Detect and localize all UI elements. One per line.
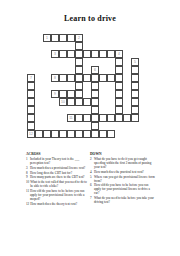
- crossword-cell[interactable]: 2: [75, 34, 83, 42]
- crossword-cell[interactable]: [67, 34, 75, 42]
- blocked-cell: [35, 114, 43, 122]
- clue-number: 4: [116, 51, 122, 57]
- blocked-cell: [99, 82, 107, 90]
- clue-item-text: Included in your Theory test is the ___ …: [30, 157, 88, 165]
- clue-item-text: What do you need to take before you take…: [94, 196, 156, 204]
- page-title: Learn to drive: [0, 14, 180, 23]
- crossword-cell[interactable]: [75, 82, 83, 90]
- clue-item-text: Where can you get the provisional licenc…: [94, 175, 156, 183]
- crossword-cell[interactable]: [59, 130, 67, 138]
- blocked-cell: [35, 58, 43, 66]
- crossword-cell[interactable]: [59, 34, 67, 42]
- clue-number: 6: [92, 67, 98, 73]
- blocked-cell: [59, 114, 67, 122]
- clue-item-number: 7: [90, 196, 93, 204]
- crossword-cell[interactable]: [75, 130, 83, 138]
- clue-number: 8: [52, 75, 58, 81]
- blocked-cell: [59, 66, 67, 74]
- crossword-cell[interactable]: [75, 74, 83, 82]
- clue-item-number: 1: [26, 157, 29, 165]
- crossword-cell[interactable]: [115, 58, 123, 66]
- crossword-cell[interactable]: [75, 66, 83, 74]
- across-clues-section: ACROSS 1Included in your Theory test is …: [26, 152, 88, 207]
- blocked-cell: [43, 90, 51, 98]
- blocked-cell: [83, 66, 91, 74]
- blocked-cell: [51, 42, 59, 50]
- blocked-cell: [75, 122, 83, 130]
- crossword-cell[interactable]: [131, 82, 139, 90]
- blocked-cell: [139, 130, 147, 138]
- crossword-cell[interactable]: 11: [67, 114, 75, 122]
- crossword-cell[interactable]: [91, 90, 99, 98]
- crossword-cell[interactable]: [115, 98, 123, 106]
- blocked-cell: [139, 74, 147, 82]
- blocked-cell: [51, 82, 59, 90]
- blocked-cell: [67, 42, 75, 50]
- crossword-cell[interactable]: 8: [51, 74, 59, 82]
- blocked-cell: [139, 98, 147, 106]
- blocked-cell: [115, 42, 123, 50]
- crossword-cell[interactable]: [131, 98, 139, 106]
- crossword-cell[interactable]: [115, 74, 123, 82]
- clue-item: 3How much does a provisional licence cos…: [26, 166, 88, 170]
- crossword-cell[interactable]: [51, 130, 59, 138]
- crossword-cell[interactable]: 1: [43, 34, 51, 42]
- blocked-cell: [99, 90, 107, 98]
- blocked-cell: [35, 106, 43, 114]
- clue-item: 9How many parts are there to the CBT tes…: [26, 175, 88, 179]
- blocked-cell: [35, 42, 43, 50]
- blocked-cell: [123, 90, 131, 98]
- clue-number: 1: [44, 35, 50, 41]
- clue-item-number: 10: [26, 180, 29, 188]
- crossword-cell[interactable]: [131, 106, 139, 114]
- blocked-cell: [35, 98, 43, 106]
- blocked-cell: [123, 82, 131, 90]
- blocked-cell: [99, 106, 107, 114]
- crossword-cell[interactable]: [115, 82, 123, 90]
- blocked-cell: [51, 122, 59, 130]
- blocked-cell: [115, 130, 123, 138]
- blocked-cell: [123, 50, 131, 58]
- crossword-cell[interactable]: [131, 74, 139, 82]
- crossword-cell[interactable]: [43, 130, 51, 138]
- blocked-cell: [115, 34, 123, 42]
- crossword-cell[interactable]: 6: [91, 66, 99, 74]
- crossword-cell[interactable]: [67, 74, 75, 82]
- blocked-cell: [139, 66, 147, 74]
- blocked-cell: [27, 66, 35, 74]
- crossword-cell[interactable]: 7: [27, 74, 35, 82]
- clue-item-number: 3: [26, 166, 29, 170]
- crossword-cell[interactable]: [67, 50, 75, 58]
- crossword-cell[interactable]: [131, 90, 139, 98]
- crossword-cell[interactable]: [27, 82, 35, 90]
- crossword-cell[interactable]: [107, 74, 115, 82]
- clue-number: 12: [28, 131, 34, 137]
- crossword-cell[interactable]: [131, 66, 139, 74]
- blocked-cell: [91, 34, 99, 42]
- clue-item: 7What do you need to take before you tak…: [90, 196, 156, 204]
- crossword-cell[interactable]: 3: [51, 50, 59, 58]
- crossword-cell[interactable]: [27, 114, 35, 122]
- clue-number: 3: [52, 51, 58, 57]
- clue-item-text: How long does the CBT last for?: [30, 171, 88, 175]
- blocked-cell: [43, 114, 51, 122]
- crossword-cell[interactable]: [91, 98, 99, 106]
- blocked-cell: [107, 58, 115, 66]
- blocked-cell: [43, 42, 51, 50]
- blocked-cell: [43, 122, 51, 130]
- blocked-cell: [83, 42, 91, 50]
- crossword-cell[interactable]: [27, 90, 35, 98]
- crossword-cell[interactable]: [75, 42, 83, 50]
- blocked-cell: [67, 122, 75, 130]
- blocked-cell: [107, 90, 115, 98]
- blocked-cell: [35, 74, 43, 82]
- blocked-cell: [43, 50, 51, 58]
- blocked-cell: [131, 130, 139, 138]
- clue-item-number: 9: [26, 175, 29, 179]
- crossword-cell[interactable]: [75, 58, 83, 66]
- crossword-cell[interactable]: [83, 114, 91, 122]
- blocked-cell: [131, 34, 139, 42]
- blocked-cell: [59, 106, 67, 114]
- blocked-cell: [27, 34, 35, 42]
- crossword-cell[interactable]: [107, 114, 115, 122]
- blocked-cell: [107, 122, 115, 130]
- clue-item: 5Where can you get the provisional licen…: [90, 175, 156, 183]
- crossword-cell[interactable]: 4: [115, 50, 123, 58]
- blocked-cell: [83, 34, 91, 42]
- crossword-cell[interactable]: [51, 34, 59, 42]
- clue-item: 1Included in your Theory test is the ___…: [26, 157, 88, 165]
- crossword-cell[interactable]: [27, 106, 35, 114]
- crossword-cell[interactable]: [83, 98, 91, 106]
- blocked-cell: [139, 82, 147, 90]
- clue-item-number: 2: [90, 157, 93, 169]
- clue-item-text: How old do you have to be before you can…: [30, 189, 88, 201]
- blocked-cell: [27, 50, 35, 58]
- clue-number: 10: [60, 99, 66, 105]
- blocked-cell: [83, 90, 91, 98]
- blocked-cell: [123, 66, 131, 74]
- blocked-cell: [51, 66, 59, 74]
- clue-item-text: How much does a provisional licence cost…: [30, 166, 88, 170]
- blocked-cell: [99, 42, 107, 50]
- blocked-cell: [27, 42, 35, 50]
- crossword-cell[interactable]: [67, 90, 75, 98]
- blocked-cell: [43, 58, 51, 66]
- crossword-cell[interactable]: [91, 114, 99, 122]
- crossword-cell[interactable]: [75, 98, 83, 106]
- blocked-cell: [51, 114, 59, 122]
- clue-item-text: How much does the theory test cost?: [30, 202, 88, 206]
- clue-item-text: How much does the practical test cost?: [94, 170, 156, 174]
- clue-item: 4How much does the practical test cost?: [90, 170, 156, 174]
- across-clues-list: 1Included in your Theory test is the ___…: [26, 157, 88, 206]
- blocked-cell: [43, 82, 51, 90]
- crossword-cell[interactable]: 12: [27, 130, 35, 138]
- clue-number: 2: [76, 35, 82, 41]
- blocked-cell: [107, 82, 115, 90]
- blocked-cell: [107, 42, 115, 50]
- blocked-cell: [83, 106, 91, 114]
- blocked-cell: [139, 50, 147, 58]
- clue-item-number: 6: [90, 183, 93, 195]
- crossword-cell[interactable]: [27, 122, 35, 130]
- clue-item-number: 12: [26, 202, 29, 206]
- blocked-cell: [107, 66, 115, 74]
- crossword-cell[interactable]: 9: [51, 90, 59, 98]
- blocked-cell: [139, 106, 147, 114]
- crossword-cell[interactable]: [91, 130, 99, 138]
- blocked-cell: [35, 66, 43, 74]
- blocked-cell: [91, 42, 99, 50]
- clue-item-number: 4: [90, 170, 93, 174]
- crossword-cell[interactable]: [27, 98, 35, 106]
- crossword-cell[interactable]: [91, 106, 99, 114]
- blocked-cell: [107, 106, 115, 114]
- blocked-cell: [59, 122, 67, 130]
- blocked-cell: [99, 122, 107, 130]
- clue-number: 9: [52, 91, 58, 97]
- clue-item-text: What do you have to do if you get caught…: [94, 157, 156, 169]
- crossword-cell[interactable]: [83, 130, 91, 138]
- blocked-cell: [51, 98, 59, 106]
- down-clues-list: 2What do you have to do if you get caugh…: [90, 157, 156, 204]
- blocked-cell: [83, 122, 91, 130]
- crossword-cell[interactable]: [75, 50, 83, 58]
- blocked-cell: [83, 58, 91, 66]
- blocked-cell: [123, 122, 131, 130]
- blocked-cell: [35, 82, 43, 90]
- clue-item: 8How long does the CBT last for?: [26, 171, 88, 175]
- blocked-cell: [123, 130, 131, 138]
- clue-item: 10What is the test called that you need …: [26, 180, 88, 188]
- crossword-cell[interactable]: 10: [59, 98, 67, 106]
- blocked-cell: [51, 106, 59, 114]
- crossword-cell[interactable]: [107, 130, 115, 138]
- clue-number: 7: [28, 75, 34, 81]
- crossword-cell[interactable]: [91, 50, 99, 58]
- blocked-cell: [99, 58, 107, 66]
- blocked-cell: [99, 34, 107, 42]
- clue-item-text: How many parts are there to the CBT test…: [30, 175, 88, 179]
- blocked-cell: [59, 58, 67, 66]
- blocked-cell: [91, 58, 99, 66]
- blocked-cell: [139, 114, 147, 122]
- crossword-cell[interactable]: [59, 50, 67, 58]
- blocked-cell: [35, 34, 43, 42]
- crossword-cell[interactable]: [35, 130, 43, 138]
- blocked-cell: [43, 106, 51, 114]
- blocked-cell: [131, 50, 139, 58]
- blocked-cell: [43, 66, 51, 74]
- blocked-cell: [99, 98, 107, 106]
- blocked-cell: [115, 122, 123, 130]
- blocked-cell: [35, 50, 43, 58]
- blocked-cell: [67, 106, 75, 114]
- clue-item: 12How much does the theory test cost?: [26, 202, 88, 206]
- blocked-cell: [43, 98, 51, 106]
- blocked-cell: [139, 58, 147, 66]
- blocked-cell: [107, 34, 115, 42]
- crossword-cell[interactable]: [131, 114, 139, 122]
- crossword-cell[interactable]: [59, 74, 67, 82]
- blocked-cell: [67, 82, 75, 90]
- crossword-grid: 123456789101112: [27, 34, 147, 138]
- blocked-cell: [35, 90, 43, 98]
- blocked-cell: [67, 66, 75, 74]
- blocked-cell: [35, 122, 43, 130]
- blocked-cell: [131, 122, 139, 130]
- crossword-cell[interactable]: [115, 66, 123, 74]
- blocked-cell: [99, 66, 107, 74]
- down-clues-section: DOWN 2What do you have to do if you get …: [90, 152, 156, 205]
- blocked-cell: [123, 106, 131, 114]
- blocked-cell: [107, 98, 115, 106]
- crossword-cell[interactable]: [75, 114, 83, 122]
- crossword-cell[interactable]: [67, 98, 75, 106]
- clue-item-text: What is the test called that you need to…: [30, 180, 88, 188]
- blocked-cell: [123, 98, 131, 106]
- clue-item-number: 5: [90, 175, 93, 183]
- blocked-cell: [75, 106, 83, 114]
- crossword-cell[interactable]: [99, 50, 107, 58]
- crossword-cell[interactable]: [75, 90, 83, 98]
- blocked-cell: [27, 58, 35, 66]
- clue-item: 6How old do you have to be before you ca…: [90, 183, 156, 195]
- blocked-cell: [123, 74, 131, 82]
- crossword-cell[interactable]: [115, 106, 123, 114]
- clue-item-number: 11: [26, 189, 29, 201]
- crossword-cell[interactable]: [91, 122, 99, 130]
- blocked-cell: [123, 34, 131, 42]
- blocked-cell: [123, 42, 131, 50]
- crossword-cell[interactable]: 5: [131, 58, 139, 66]
- crossword-cell[interactable]: [59, 90, 67, 98]
- across-header: ACROSS: [26, 152, 88, 156]
- blocked-cell: [59, 82, 67, 90]
- clue-item: 11How old do you have to be before you c…: [26, 189, 88, 201]
- blocked-cell: [123, 58, 131, 66]
- crossword-cell[interactable]: [99, 74, 107, 82]
- crossword-cell[interactable]: [107, 50, 115, 58]
- blocked-cell: [67, 58, 75, 66]
- crossword-cell[interactable]: [115, 114, 123, 122]
- blocked-cell: [131, 42, 139, 50]
- blocked-cell: [139, 34, 147, 42]
- crossword-cell[interactable]: [67, 130, 75, 138]
- blocked-cell: [59, 42, 67, 50]
- crossword-cell[interactable]: [83, 50, 91, 58]
- clue-item: 2What do you have to do if you get caugh…: [90, 157, 156, 169]
- blocked-cell: [51, 58, 59, 66]
- clue-item-number: 8: [26, 171, 29, 175]
- crossword-cell[interactable]: [115, 90, 123, 98]
- crossword-cell[interactable]: [99, 130, 107, 138]
- blocked-cell: [139, 42, 147, 50]
- crossword-cell[interactable]: [91, 82, 99, 90]
- crossword-cell[interactable]: [99, 114, 107, 122]
- crossword-cell[interactable]: [91, 74, 99, 82]
- clue-number: 11: [68, 115, 74, 121]
- blocked-cell: [139, 90, 147, 98]
- worksheet-page: Learn to drive 123456789101112 ACROSS 1I…: [0, 0, 180, 256]
- crossword-cell[interactable]: [83, 74, 91, 82]
- clue-item-text: How old do you have to be before you can…: [94, 183, 156, 195]
- down-header: DOWN: [90, 152, 156, 156]
- clue-number: 5: [132, 59, 138, 65]
- blocked-cell: [139, 122, 147, 130]
- crossword-cell[interactable]: [123, 114, 131, 122]
- blocked-cell: [83, 82, 91, 90]
- blocked-cell: [43, 74, 51, 82]
